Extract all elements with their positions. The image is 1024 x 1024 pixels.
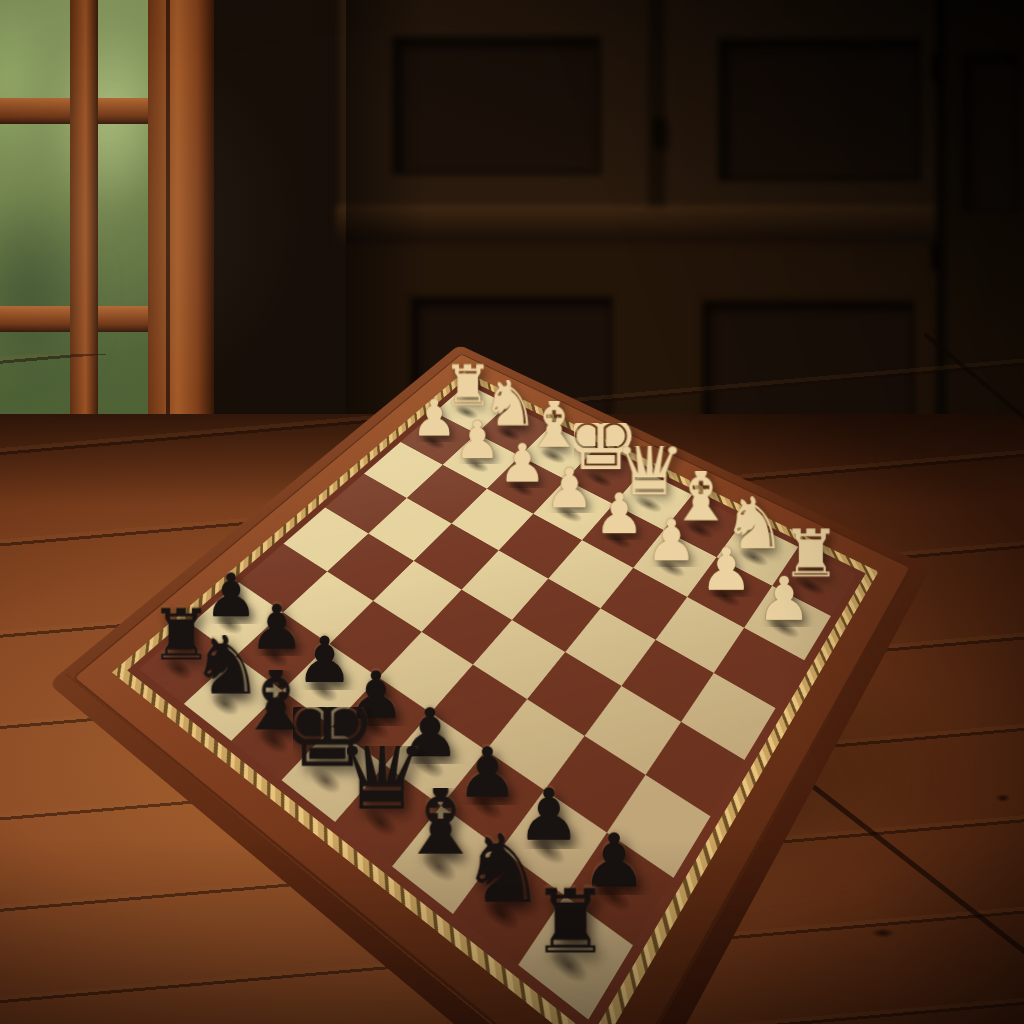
white-pawn-glyph: ♟	[594, 488, 644, 539]
black-knight[interactable]: ♞	[466, 832, 541, 912]
white-pawn-glyph: ♟	[757, 571, 811, 627]
white-pawn-glyph: ♟	[499, 439, 547, 488]
scene: ♜♞♝♛♚♝♞♜♟♟♟♟♟♟♟♟♟♟♟♟♟♟♟♟♜♞♝♛♚♝♞♜	[0, 0, 1024, 1024]
black-rook[interactable]: ♜	[531, 880, 609, 963]
white-pawn-glyph: ♟	[646, 514, 697, 567]
white-pawn-glyph: ♟	[545, 463, 594, 513]
scene-3d: ♜♞♝♛♚♝♞♜♟♟♟♟♟♟♟♟♟♟♟♟♟♟♟♟♜♞♝♛♚♝♞♜	[0, 0, 1024, 1024]
white-pawn-glyph: ♟	[454, 416, 501, 464]
chessboard: ♜♞♝♛♚♝♞♜♟♟♟♟♟♟♟♟♟♟♟♟♟♟♟♟♜♞♝♛♚♝♞♜	[72, 353, 912, 1024]
white-pawn[interactable]: ♟	[754, 562, 814, 626]
pieces-layer: ♜♞♝♛♚♝♞♜♟♟♟♟♟♟♟♟♟♟♟♟♟♟♟♟♜♞♝♛♚♝♞♜	[139, 384, 855, 1019]
white-pawn[interactable]: ♟	[496, 431, 549, 488]
white-pawn[interactable]: ♟	[643, 506, 700, 567]
white-pawn[interactable]: ♟	[591, 480, 647, 540]
black-rook-glyph: ♜	[531, 882, 610, 963]
white-pawn-glyph: ♟	[412, 395, 457, 442]
white-pawn[interactable]: ♟	[697, 533, 756, 596]
white-pawn[interactable]: ♟	[542, 455, 596, 513]
white-pawn-glyph: ♟	[700, 542, 753, 596]
